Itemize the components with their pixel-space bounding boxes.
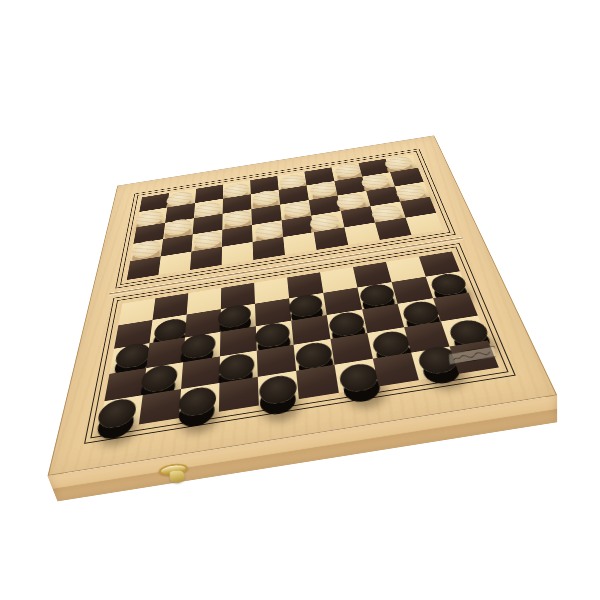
stamp-script-icon bbox=[451, 349, 494, 363]
board-cell bbox=[419, 251, 460, 276]
board-cell bbox=[367, 327, 411, 358]
checker-piece-dark bbox=[217, 303, 252, 331]
checker-piece-dark bbox=[359, 283, 396, 308]
checker-piece-dark bbox=[401, 300, 441, 327]
board-cell bbox=[320, 267, 357, 293]
checker-piece-dark bbox=[152, 318, 189, 344]
board-cell bbox=[362, 304, 404, 333]
squares-grid-far bbox=[127, 155, 443, 280]
clasp-tab-icon bbox=[169, 471, 184, 484]
board-cell bbox=[219, 351, 257, 383]
board-cell bbox=[221, 283, 255, 309]
board-cell bbox=[255, 298, 291, 326]
board-cell bbox=[114, 320, 152, 349]
board-cell bbox=[183, 332, 220, 362]
board-cell bbox=[118, 298, 155, 325]
board-cell bbox=[450, 340, 499, 373]
checker-piece-dark bbox=[447, 318, 491, 347]
brand-stamp-icon bbox=[446, 346, 499, 366]
checker-piece-dark bbox=[178, 385, 217, 418]
board-halves bbox=[76, 146, 524, 451]
board-cell bbox=[283, 232, 316, 255]
board-cell bbox=[179, 383, 220, 418]
board-cell bbox=[353, 262, 392, 288]
board-cell bbox=[139, 389, 181, 424]
board-cell bbox=[426, 271, 469, 298]
board-cell bbox=[330, 333, 372, 365]
front-clasp bbox=[157, 462, 191, 486]
perspective-wrapper bbox=[28, 8, 544, 524]
board-half-far bbox=[109, 146, 462, 294]
board-cell bbox=[289, 293, 327, 321]
board-cell bbox=[258, 371, 299, 406]
board-cell bbox=[185, 309, 221, 337]
board-cell bbox=[357, 282, 397, 309]
board-cell bbox=[411, 347, 459, 381]
checker-piece-dark bbox=[218, 353, 255, 382]
folding-game-box bbox=[48, 135, 558, 476]
checker-piece-dark bbox=[180, 333, 217, 360]
board-cell bbox=[398, 298, 441, 327]
board-cell bbox=[153, 293, 189, 320]
board-cell bbox=[220, 326, 257, 356]
board-cell bbox=[222, 242, 254, 265]
board-cell bbox=[373, 353, 419, 387]
board-cell bbox=[187, 288, 222, 315]
checker-piece-dark bbox=[97, 396, 137, 430]
board-cell bbox=[327, 309, 368, 338]
product-photo-stage bbox=[0, 0, 600, 600]
board-cell bbox=[294, 339, 335, 371]
board-cell bbox=[146, 337, 185, 368]
board-cell bbox=[296, 365, 339, 399]
board-cell bbox=[314, 227, 348, 250]
checker-piece-dark bbox=[294, 340, 334, 372]
checker-piece-dark bbox=[416, 344, 461, 376]
board-cell bbox=[150, 315, 187, 344]
board-cell bbox=[253, 237, 285, 260]
printed-border-inner bbox=[120, 151, 450, 285]
board-cell bbox=[143, 362, 183, 395]
checker-piece-dark bbox=[140, 363, 179, 393]
checker-piece-dark bbox=[114, 342, 152, 370]
board-cell bbox=[406, 213, 444, 235]
checker-piece-dark bbox=[328, 310, 367, 338]
board-cell bbox=[190, 247, 222, 270]
printed-border-outer bbox=[115, 149, 455, 289]
board-cell bbox=[386, 257, 426, 282]
board-cell bbox=[392, 277, 433, 304]
board-cell bbox=[158, 252, 191, 275]
board-cell bbox=[334, 359, 378, 393]
board-cell bbox=[220, 304, 255, 332]
board-cell bbox=[181, 356, 220, 389]
board-cell bbox=[99, 395, 143, 431]
board-cell bbox=[433, 293, 478, 322]
checker-piece-dark bbox=[288, 293, 324, 319]
board-cell bbox=[441, 316, 488, 347]
board-cell bbox=[256, 321, 294, 351]
checker-piece-dark bbox=[337, 361, 381, 395]
board-cell bbox=[257, 345, 296, 377]
board-cell bbox=[254, 278, 289, 304]
board-cell bbox=[404, 321, 449, 352]
checker-piece-dark bbox=[371, 329, 413, 359]
checker-piece-dark bbox=[430, 273, 468, 297]
board-cell bbox=[344, 223, 379, 245]
board-cell bbox=[291, 315, 330, 345]
checker-piece-dark bbox=[254, 320, 291, 349]
board-cell bbox=[104, 368, 146, 401]
checker-piece-dark bbox=[259, 374, 297, 405]
board-cell bbox=[323, 287, 362, 315]
scene bbox=[28, 8, 544, 524]
board-cell bbox=[287, 272, 323, 298]
board-cell bbox=[127, 256, 161, 280]
board-cell bbox=[219, 377, 259, 412]
board-cell bbox=[109, 343, 149, 374]
